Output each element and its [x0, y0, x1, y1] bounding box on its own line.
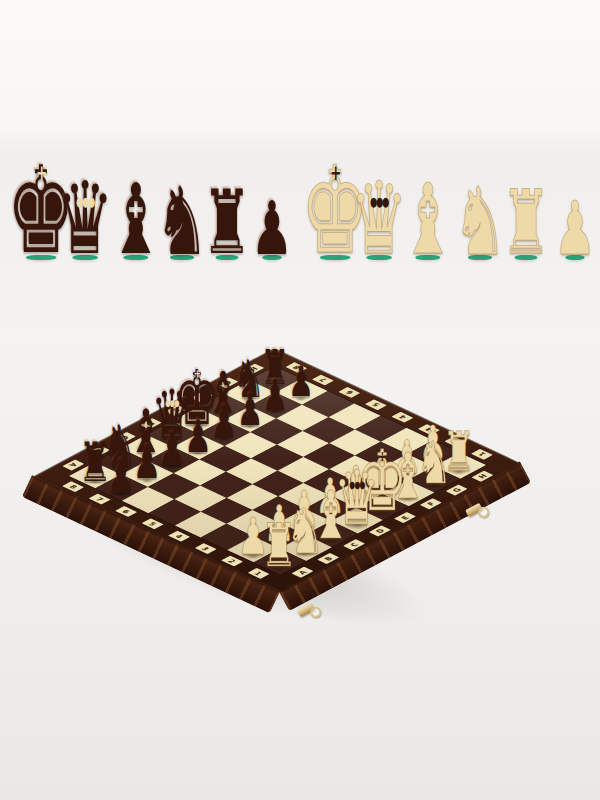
coord-label-far-right-4: 4	[391, 411, 413, 422]
coord-label-far-right-3: 3	[417, 424, 439, 435]
coord-label-far-right-2: 2	[444, 436, 466, 447]
chess-set-product-photo: ♚+♛●●●♝♞♜♟ ♚+♛●●●♝♞♜♟ 8877665544332211HH…	[0, 0, 600, 800]
coord-label-far-right-8: 8	[285, 362, 307, 373]
coord-label-far-right-7: 7	[312, 374, 334, 385]
coord-label-front-C: C	[342, 539, 364, 550]
coord-label-front-E: E	[394, 511, 416, 522]
coord-label-near-left-2: 2	[220, 555, 242, 566]
coord-label-back-G: G	[216, 377, 238, 388]
coord-label-back-D: D	[139, 418, 161, 429]
coord-label-far-right-1: 1	[470, 448, 492, 459]
coord-label-back-H: H	[242, 363, 264, 374]
coord-label-back-B: B	[87, 445, 109, 456]
coord-label-far-right-6: 6	[338, 387, 360, 398]
coord-label-near-left-8: 8	[62, 481, 84, 492]
coord-label-near-left-3: 3	[194, 543, 216, 554]
coord-label-front-G: G	[445, 484, 467, 495]
coord-label-near-left-1: 1	[247, 567, 269, 578]
coord-label-near-left-6: 6	[115, 506, 137, 517]
coord-label-near-left-4: 4	[168, 530, 190, 541]
coord-label-back-F: F	[190, 390, 212, 401]
coord-label-front-F: F	[419, 497, 441, 508]
coord-label-back-C: C	[113, 431, 135, 442]
coord-label-front-B: B	[316, 552, 338, 563]
clasp-ring-icon	[476, 505, 491, 520]
coord-label-near-left-5: 5	[141, 518, 163, 529]
coord-label-back-E: E	[164, 404, 186, 415]
cross-topper-icon: +	[194, 368, 201, 381]
coord-label-near-left-7: 7	[88, 493, 110, 504]
coord-label-back-A: A	[61, 459, 83, 470]
coord-label-far-right-5: 5	[364, 399, 386, 410]
coord-label-front-A: A	[291, 566, 313, 577]
folding-chess-board: 8877665544332211HHGGFFEEDDCCBBAA ♜♞♝♛●●●…	[0, 0, 600, 800]
coord-label-front-D: D	[368, 525, 390, 536]
coord-label-front-H: H	[471, 470, 493, 481]
